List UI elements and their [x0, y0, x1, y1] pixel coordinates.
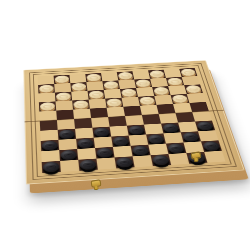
draughts-board: ⛀⛀⛀⛀⛀⛀⛀⛀⛀⛀⛀⛀⛀⛀⛀⛀⛀⛀⛀⛀⛂⛂⛂⛂⛂⛂⛂⛂⛂⛂⛂⛂⛂⛂⛂⛂⛂⛂⛂⛂ [23, 60, 244, 184]
piece-dark-man[interactable]: ⛂ [152, 155, 170, 166]
piece-light-man[interactable]: ⛀ [89, 90, 105, 99]
piece-light-man[interactable]: ⛀ [172, 95, 189, 104]
square-f1[interactable] [133, 155, 153, 167]
piece-light-man[interactable]: ⛀ [56, 92, 71, 101]
piece-dark-man[interactable]: ⛂ [182, 132, 200, 142]
square-b1[interactable] [60, 160, 79, 172]
piece-dark-man[interactable]: ⛂ [132, 145, 150, 155]
piece-dark-man[interactable]: ⛂ [202, 141, 220, 151]
piece-light-man[interactable]: ⛀ [106, 98, 122, 107]
piece-dark-man[interactable]: ⛂ [167, 143, 185, 153]
piece-light-man[interactable]: ⛀ [153, 87, 169, 95]
piece-light-man[interactable]: ⛀ [39, 84, 54, 92]
square-j1[interactable] [204, 151, 225, 163]
piece-dark-man[interactable]: ⛂ [96, 148, 113, 158]
piece-dark-man[interactable]: ⛂ [42, 140, 58, 150]
piece-light-man[interactable]: ⛀ [135, 79, 151, 87]
piece-dark-man[interactable]: ⛂ [162, 123, 179, 133]
piece-dark-man[interactable]: ⛂ [93, 127, 110, 137]
square-e1[interactable]: ⛂ [115, 156, 135, 168]
piece-light-man[interactable]: ⛀ [55, 75, 70, 83]
piece-dark-man[interactable]: ⛂ [128, 125, 145, 135]
piece-light-man[interactable]: ⛀ [103, 81, 118, 89]
piece-dark-man[interactable]: ⛂ [79, 159, 96, 170]
piece-light-man[interactable]: ⛀ [185, 85, 202, 93]
piece-light-man[interactable]: ⛀ [167, 77, 183, 85]
square-c1[interactable]: ⛂ [78, 159, 98, 171]
piece-dark-man[interactable]: ⛂ [116, 157, 134, 168]
piece-light-man[interactable]: ⛀ [139, 96, 155, 105]
piece-light-man[interactable]: ⛀ [73, 100, 89, 109]
square-a1[interactable]: ⛂ [42, 161, 61, 173]
piece-dark-man[interactable]: ⛂ [77, 138, 94, 148]
piece-dark-man[interactable]: ⛂ [59, 129, 75, 139]
piece-dark-man[interactable]: ⛂ [43, 162, 60, 173]
product-photo: ⛀⛀⛀⛀⛀⛀⛀⛀⛀⛀⛀⛀⛀⛀⛀⛀⛀⛀⛀⛀⛂⛂⛂⛂⛂⛂⛂⛂⛂⛂⛂⛂⛂⛂⛂⛂⛂⛂⛂⛂ [0, 0, 250, 250]
piece-dark-man[interactable]: ⛂ [196, 121, 214, 131]
piece-dark-man[interactable]: ⛂ [112, 136, 129, 146]
piece-light-man[interactable]: ⛀ [121, 89, 137, 98]
piece-light-man[interactable]: ⛀ [180, 68, 196, 76]
piece-light-man[interactable]: ⛀ [149, 70, 165, 78]
piece-light-man[interactable]: ⛀ [86, 74, 101, 82]
square-d1[interactable] [96, 157, 116, 169]
piece-light-man[interactable]: ⛀ [40, 102, 55, 111]
piece-light-man[interactable]: ⛀ [71, 83, 86, 91]
piece-dark-man[interactable]: ⛂ [60, 150, 77, 160]
piece-dark-man[interactable]: ⛂ [147, 134, 165, 144]
piece-light-man[interactable]: ⛀ [118, 72, 133, 80]
